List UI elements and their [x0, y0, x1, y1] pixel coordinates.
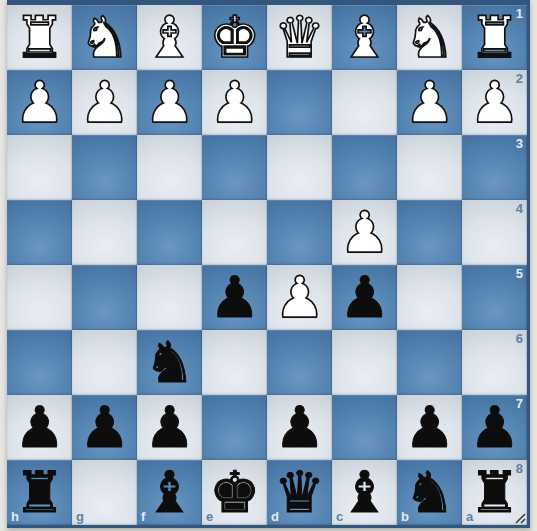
square-h1[interactable]: ♜: [7, 5, 72, 70]
square-f5[interactable]: [137, 265, 202, 330]
square-c4[interactable]: ♟: [332, 200, 397, 265]
black-queen[interactable]: ♛: [274, 460, 325, 525]
square-h8[interactable]: h♜: [7, 460, 72, 525]
square-b1[interactable]: ♞: [397, 5, 462, 70]
chess-board: ♜♞♝♚♛♝♞1♜♟♟♟♟♟2♟3♟4♟♟♟5♞6♟♟♟♟♟7♟h♜gf♝e♚d…: [7, 5, 527, 525]
square-e3[interactable]: [202, 135, 267, 200]
white-pawn[interactable]: ♟: [209, 70, 260, 135]
square-b2[interactable]: ♟: [397, 70, 462, 135]
square-e4[interactable]: [202, 200, 267, 265]
square-a3[interactable]: 3: [462, 135, 527, 200]
square-b5[interactable]: [397, 265, 462, 330]
white-pawn[interactable]: ♟: [404, 70, 455, 135]
square-d7[interactable]: ♟: [267, 395, 332, 460]
resize-handle-icon[interactable]: [512, 510, 526, 524]
black-pawn[interactable]: ♟: [209, 265, 260, 330]
square-g2[interactable]: ♟: [72, 70, 137, 135]
square-c7[interactable]: [332, 395, 397, 460]
square-h3[interactable]: [7, 135, 72, 200]
square-h2[interactable]: ♟: [7, 70, 72, 135]
black-king[interactable]: ♚: [209, 460, 260, 525]
square-d2[interactable]: [267, 70, 332, 135]
black-pawn[interactable]: ♟: [14, 395, 65, 460]
square-f6[interactable]: ♞: [137, 330, 202, 395]
black-pawn[interactable]: ♟: [274, 395, 325, 460]
square-g1[interactable]: ♞: [72, 5, 137, 70]
black-bishop[interactable]: ♝: [144, 460, 195, 525]
square-g5[interactable]: [72, 265, 137, 330]
square-g8[interactable]: g: [72, 460, 137, 525]
square-d3[interactable]: [267, 135, 332, 200]
square-c5[interactable]: ♟: [332, 265, 397, 330]
square-g4[interactable]: [72, 200, 137, 265]
square-g3[interactable]: [72, 135, 137, 200]
file-label-g: g: [76, 509, 84, 524]
square-d1[interactable]: ♛: [267, 5, 332, 70]
rank-label-6: 6: [516, 331, 523, 346]
black-pawn[interactable]: ♟: [469, 395, 520, 460]
square-f4[interactable]: [137, 200, 202, 265]
square-a1[interactable]: 1♜: [462, 5, 527, 70]
square-b7[interactable]: ♟: [397, 395, 462, 460]
square-c6[interactable]: [332, 330, 397, 395]
square-a6[interactable]: 6: [462, 330, 527, 395]
white-rook[interactable]: ♜: [14, 5, 65, 70]
black-rook[interactable]: ♜: [14, 460, 65, 525]
square-a5[interactable]: 5: [462, 265, 527, 330]
page-background: ♜♞♝♚♛♝♞1♜♟♟♟♟♟2♟3♟4♟♟♟5♞6♟♟♟♟♟7♟h♜gf♝e♚d…: [0, 0, 537, 531]
white-bishop[interactable]: ♝: [144, 5, 195, 70]
square-d4[interactable]: [267, 200, 332, 265]
white-pawn[interactable]: ♟: [274, 265, 325, 330]
square-d6[interactable]: [267, 330, 332, 395]
white-pawn[interactable]: ♟: [144, 70, 195, 135]
square-a2[interactable]: 2♟: [462, 70, 527, 135]
white-pawn[interactable]: ♟: [79, 70, 130, 135]
square-f7[interactable]: ♟: [137, 395, 202, 460]
square-e7[interactable]: [202, 395, 267, 460]
white-bishop[interactable]: ♝: [339, 5, 390, 70]
rank-label-5: 5: [516, 266, 523, 281]
white-pawn[interactable]: ♟: [14, 70, 65, 135]
square-h4[interactable]: [7, 200, 72, 265]
square-a4[interactable]: 4: [462, 200, 527, 265]
black-knight[interactable]: ♞: [144, 330, 195, 395]
square-h5[interactable]: [7, 265, 72, 330]
square-b3[interactable]: [397, 135, 462, 200]
chess-board-frame: ♜♞♝♚♛♝♞1♜♟♟♟♟♟2♟3♟4♟♟♟5♞6♟♟♟♟♟7♟h♜gf♝e♚d…: [7, 0, 530, 528]
square-b6[interactable]: [397, 330, 462, 395]
square-a7[interactable]: 7♟: [462, 395, 527, 460]
white-knight[interactable]: ♞: [404, 5, 455, 70]
square-e6[interactable]: [202, 330, 267, 395]
white-knight[interactable]: ♞: [79, 5, 130, 70]
black-bishop[interactable]: ♝: [339, 460, 390, 525]
square-f1[interactable]: ♝: [137, 5, 202, 70]
white-pawn[interactable]: ♟: [339, 200, 390, 265]
square-c1[interactable]: ♝: [332, 5, 397, 70]
square-h6[interactable]: [7, 330, 72, 395]
black-pawn[interactable]: ♟: [339, 265, 390, 330]
rank-label-3: 3: [516, 136, 523, 151]
square-c3[interactable]: [332, 135, 397, 200]
square-g6[interactable]: [72, 330, 137, 395]
square-d5[interactable]: ♟: [267, 265, 332, 330]
white-king[interactable]: ♚: [209, 5, 260, 70]
black-pawn[interactable]: ♟: [144, 395, 195, 460]
black-pawn[interactable]: ♟: [404, 395, 455, 460]
white-queen[interactable]: ♛: [274, 5, 325, 70]
square-d8[interactable]: d♛: [267, 460, 332, 525]
black-pawn[interactable]: ♟: [79, 395, 130, 460]
square-c2[interactable]: [332, 70, 397, 135]
square-g7[interactable]: ♟: [72, 395, 137, 460]
black-knight[interactable]: ♞: [404, 460, 455, 525]
square-h7[interactable]: ♟: [7, 395, 72, 460]
square-f8[interactable]: f♝: [137, 460, 202, 525]
square-e1[interactable]: ♚: [202, 5, 267, 70]
square-e8[interactable]: e♚: [202, 460, 267, 525]
square-e5[interactable]: ♟: [202, 265, 267, 330]
white-rook[interactable]: ♜: [469, 5, 520, 70]
square-f3[interactable]: [137, 135, 202, 200]
square-b4[interactable]: [397, 200, 462, 265]
square-e2[interactable]: ♟: [202, 70, 267, 135]
square-c8[interactable]: c♝: [332, 460, 397, 525]
white-pawn[interactable]: ♟: [469, 70, 520, 135]
square-b8[interactable]: b♞: [397, 460, 462, 525]
square-f2[interactable]: ♟: [137, 70, 202, 135]
rank-label-4: 4: [516, 201, 523, 216]
